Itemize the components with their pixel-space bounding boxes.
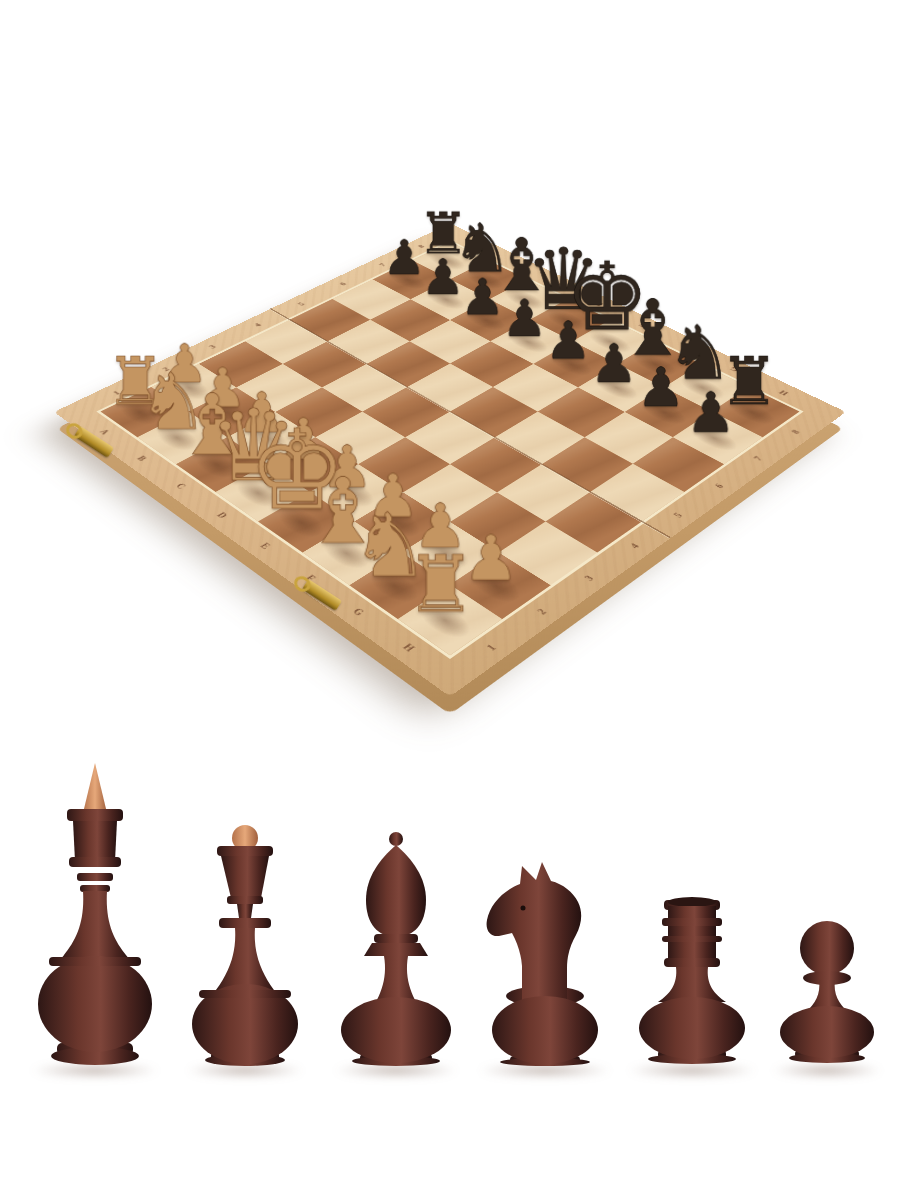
file-label-e-near: E — [258, 541, 272, 550]
lineup-king — [35, 761, 155, 1070]
rank-label-8-right: 8 — [789, 428, 801, 435]
pieces-lineup — [0, 700, 900, 1200]
square-h1: ♜ — [398, 585, 502, 655]
rank-label-5-right: 5 — [671, 511, 684, 519]
squares-grid: ♜♞♝♛♚♝♞♜♟♟♟♟♟♟♟♟♟♟♟♟♟♟♟♟♜♞♝♛♚♝♞♜ — [96, 240, 803, 659]
file-label-g-near: G — [351, 607, 367, 618]
square-f5 — [495, 412, 584, 464]
rank-label-6-right: 6 — [713, 482, 726, 489]
rank-label-5-left: 5 — [296, 301, 306, 306]
file-label-h-near: H — [401, 642, 417, 653]
file-label-b-near: B — [135, 454, 149, 462]
file-label-a-near: A — [98, 428, 112, 436]
rank-label-1-right: 1 — [484, 643, 498, 652]
lineup-pawn — [775, 916, 880, 1070]
rank-label-7-right: 7 — [752, 455, 764, 462]
board-photo: ♜♞♝♛♚♝♞♜♟♟♟♟♟♟♟♟♟♟♟♟♟♟♟♟♜♞♝♛♚♝♞♜ AABBCCD… — [0, 0, 900, 700]
file-label-d-near: D — [215, 511, 229, 520]
rank-label-4-left: 4 — [253, 322, 263, 328]
white-rook-h1: ♜ — [369, 546, 512, 625]
lineup-queen — [189, 814, 301, 1070]
rank-label-3-right: 3 — [582, 574, 595, 583]
rank-label-4-right: 4 — [628, 542, 641, 550]
lineup-knight — [481, 852, 609, 1070]
rank-label-2-right: 2 — [535, 607, 549, 616]
file-label-c-near: C — [174, 482, 188, 490]
rank-label-6-left: 6 — [338, 281, 348, 286]
chess-board: ♜♞♝♛♚♝♞♜♟♟♟♟♟♟♟♟♟♟♟♟♟♟♟♟♜♞♝♛♚♝♞♜ AABBCCD… — [54, 223, 846, 696]
product-photo: ♜♞♝♛♚♝♞♜♟♟♟♟♟♟♟♟♟♟♟♟♟♟♟♟♜♞♝♛♚♝♞♜ AABBCCD… — [0, 0, 900, 1200]
board-frame: ♜♞♝♛♚♝♞♜♟♟♟♟♟♟♟♟♟♟♟♟♟♟♟♟♜♞♝♛♚♝♞♜ AABBCCD… — [54, 223, 846, 696]
lineup-rook — [632, 886, 752, 1070]
square-e4 — [405, 412, 494, 464]
black-pawn-h7: ♟ — [649, 386, 772, 441]
lineup-bishop — [337, 830, 455, 1070]
